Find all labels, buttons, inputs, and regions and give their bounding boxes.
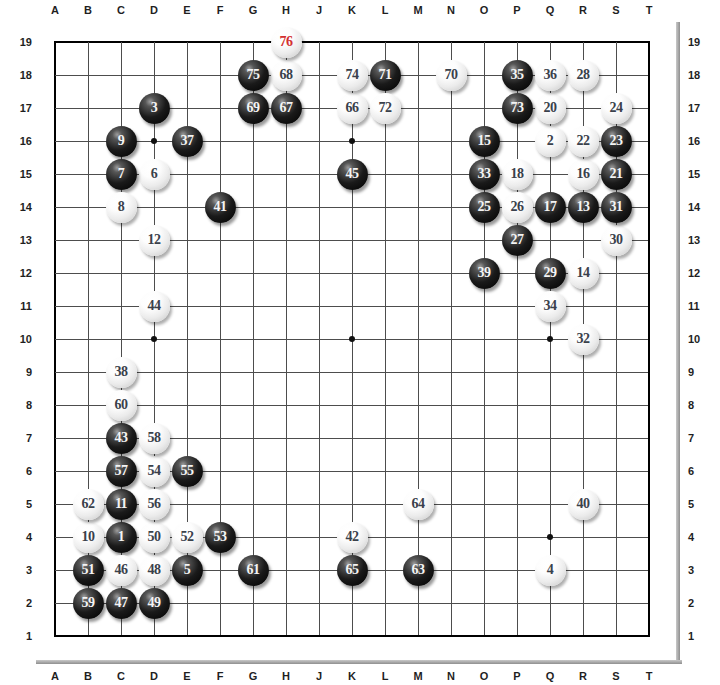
star-point-D10 <box>151 336 157 342</box>
stone-black-63-M3[interactable]: 63 <box>403 555 434 586</box>
grid-hline-8 <box>55 405 649 406</box>
stone-white-42-K4[interactable]: 42 <box>337 522 368 553</box>
stone-white-12-D13[interactable]: 12 <box>139 225 170 256</box>
grid-vline-L <box>385 42 386 636</box>
stone-white-58-D7[interactable]: 58 <box>139 423 170 454</box>
stone-white-20-Q17[interactable]: 20 <box>535 93 566 124</box>
stone-black-23-S16[interactable]: 23 <box>601 126 632 157</box>
stone-white-60-C8[interactable]: 60 <box>106 390 137 421</box>
stone-white-76-H19[interactable]: 76 <box>271 27 302 58</box>
stone-black-13-R14[interactable]: 13 <box>568 192 599 223</box>
stone-black-9-C16[interactable]: 9 <box>106 126 137 157</box>
stone-black-51-B3[interactable]: 51 <box>73 555 104 586</box>
stone-white-16-R15[interactable]: 16 <box>568 159 599 190</box>
stone-white-34-Q11[interactable]: 34 <box>535 291 566 322</box>
stone-white-26-P14[interactable]: 26 <box>502 192 533 223</box>
stone-white-30-S13[interactable]: 30 <box>601 225 632 256</box>
stone-black-71-L18[interactable]: 71 <box>370 60 401 91</box>
stone-white-2-Q16[interactable]: 2 <box>535 126 566 157</box>
stone-black-49-D2[interactable]: 49 <box>139 588 170 619</box>
stone-white-36-Q18[interactable]: 36 <box>535 60 566 91</box>
stone-black-47-C2[interactable]: 47 <box>106 588 137 619</box>
stone-white-64-M5[interactable]: 64 <box>403 489 434 520</box>
stone-black-65-K3[interactable]: 65 <box>337 555 368 586</box>
stone-white-54-D6[interactable]: 54 <box>139 456 170 487</box>
stone-white-50-D4[interactable]: 50 <box>139 522 170 553</box>
stone-black-43-C7[interactable]: 43 <box>106 423 137 454</box>
stone-white-44-D11[interactable]: 44 <box>139 291 170 322</box>
stone-white-48-D3[interactable]: 48 <box>139 555 170 586</box>
stone-white-14-R12[interactable]: 14 <box>568 258 599 289</box>
stone-white-66-K17[interactable]: 66 <box>337 93 368 124</box>
star-point-D16 <box>151 138 157 144</box>
stone-white-56-D5[interactable]: 56 <box>139 489 170 520</box>
stone-black-41-F14[interactable]: 41 <box>205 192 236 223</box>
stone-black-7-C15[interactable]: 7 <box>106 159 137 190</box>
stone-black-31-S14[interactable]: 31 <box>601 192 632 223</box>
stone-black-11-C5[interactable]: 11 <box>106 489 137 520</box>
stone-black-5-E3[interactable]: 5 <box>172 555 203 586</box>
stone-white-46-C3[interactable]: 46 <box>106 555 137 586</box>
go-diagram-page: ABCDEFGHJKLMNOPQRST ABCDEFGHJKLMNOPQRST … <box>0 0 720 685</box>
stone-white-32-R10[interactable]: 32 <box>568 324 599 355</box>
stone-black-21-S15[interactable]: 21 <box>601 159 632 190</box>
star-point-Q4 <box>547 534 553 540</box>
grid-hline-1 <box>54 635 650 637</box>
stone-white-62-B5[interactable]: 62 <box>73 489 104 520</box>
stone-white-40-R5[interactable]: 40 <box>568 489 599 520</box>
stone-black-61-G3[interactable]: 61 <box>238 555 269 586</box>
stone-white-38-C9[interactable]: 38 <box>106 357 137 388</box>
grid-vline-T <box>648 41 650 637</box>
star-point-K16 <box>349 138 355 144</box>
stone-white-24-S17[interactable]: 24 <box>601 93 632 124</box>
stone-white-18-P15[interactable]: 18 <box>502 159 533 190</box>
stone-black-25-O14[interactable]: 25 <box>469 192 500 223</box>
stone-black-37-E16[interactable]: 37 <box>172 126 203 157</box>
stone-white-8-C14[interactable]: 8 <box>106 192 137 223</box>
stone-black-1-C4[interactable]: 1 <box>106 522 137 553</box>
stone-black-45-K15[interactable]: 45 <box>337 159 368 190</box>
stone-white-74-K18[interactable]: 74 <box>337 60 368 91</box>
stone-white-10-B4[interactable]: 10 <box>73 522 104 553</box>
stone-white-72-L17[interactable]: 72 <box>370 93 401 124</box>
stone-white-52-E4[interactable]: 52 <box>172 522 203 553</box>
stone-black-57-C6[interactable]: 57 <box>106 456 137 487</box>
stone-black-67-H17[interactable]: 67 <box>271 93 302 124</box>
stone-black-17-Q14[interactable]: 17 <box>535 192 566 223</box>
stone-black-35-P18[interactable]: 35 <box>502 60 533 91</box>
stone-white-6-D15[interactable]: 6 <box>139 159 170 190</box>
stone-black-75-G18[interactable]: 75 <box>238 60 269 91</box>
star-point-Q10 <box>547 336 553 342</box>
stone-black-29-Q12[interactable]: 29 <box>535 258 566 289</box>
stone-black-15-O16[interactable]: 15 <box>469 126 500 157</box>
stone-black-33-O15[interactable]: 33 <box>469 159 500 190</box>
stone-black-3-D17[interactable]: 3 <box>139 93 170 124</box>
stone-white-68-H18[interactable]: 68 <box>271 60 302 91</box>
stone-black-53-F4[interactable]: 53 <box>205 522 236 553</box>
stone-white-22-R16[interactable]: 22 <box>568 126 599 157</box>
star-point-K10 <box>349 336 355 342</box>
grid-vline-M <box>418 42 419 636</box>
grid-hline-9 <box>55 372 649 373</box>
stone-white-4-Q3[interactable]: 4 <box>535 555 566 586</box>
stone-black-39-O12[interactable]: 39 <box>469 258 500 289</box>
stone-white-70-N18[interactable]: 70 <box>436 60 467 91</box>
stone-black-73-P17[interactable]: 73 <box>502 93 533 124</box>
stone-black-59-B2[interactable]: 59 <box>73 588 104 619</box>
stone-black-69-G17[interactable]: 69 <box>238 93 269 124</box>
go-board[interactable]: 1234567891011121314151617182021222324252… <box>0 0 720 685</box>
grid-vline-N <box>451 42 452 636</box>
stone-white-28-R18[interactable]: 28 <box>568 60 599 91</box>
grid-vline-P <box>517 42 518 636</box>
stone-black-27-P13[interactable]: 27 <box>502 225 533 256</box>
stone-black-55-E6[interactable]: 55 <box>172 456 203 487</box>
